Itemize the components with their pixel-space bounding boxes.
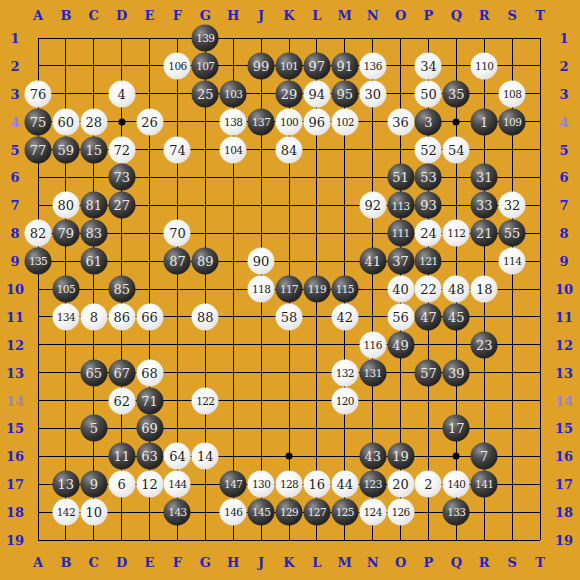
column-label-bottom: L	[312, 555, 321, 570]
stone[interactable]: 14	[192, 443, 219, 470]
stone[interactable]: 60	[52, 108, 79, 135]
stone-move-number: 107	[196, 61, 214, 72]
stone-move-number: 60	[58, 115, 75, 128]
row-label-left: 15	[6, 421, 24, 436]
stone[interactable]: 44	[331, 471, 358, 498]
stone[interactable]: 59	[52, 136, 79, 163]
stone[interactable]: 137	[248, 108, 275, 135]
stone[interactable]: 90	[248, 248, 275, 275]
column-label-top: M	[338, 8, 352, 23]
stone[interactable]: 70	[164, 220, 191, 247]
stone[interactable]: 99	[248, 52, 275, 79]
stone-move-number: 90	[253, 255, 270, 268]
stone[interactable]: 3	[415, 108, 442, 135]
stone-move-number: 54	[448, 143, 465, 156]
stone[interactable]: 132	[331, 359, 358, 386]
stone-move-number: 115	[336, 284, 354, 295]
stone[interactable]: 142	[52, 499, 79, 526]
stone[interactable]: 35	[443, 80, 470, 107]
row-label-right: 9	[559, 254, 568, 269]
stone[interactable]: 50	[415, 80, 442, 107]
stone[interactable]: 93	[415, 192, 442, 219]
stone-move-number: 140	[447, 479, 465, 490]
stone-move-number: 72	[113, 143, 130, 156]
stone-move-number: 2	[424, 478, 432, 491]
stone-move-number: 63	[141, 450, 158, 463]
stone[interactable]: 107	[192, 52, 219, 79]
stone-move-number: 93	[420, 199, 437, 212]
stone[interactable]: 95	[331, 80, 358, 107]
row-label-left: 16	[6, 449, 24, 464]
stone[interactable]: 113	[387, 192, 414, 219]
stone[interactable]: 129	[276, 499, 303, 526]
stone[interactable]: 73	[108, 164, 135, 191]
stone[interactable]: 109	[499, 108, 526, 135]
stone-move-number: 8	[90, 310, 98, 323]
stone[interactable]: 143	[164, 499, 191, 526]
stone[interactable]: 18	[471, 276, 498, 303]
column-label-bottom: S	[507, 555, 516, 570]
stone-move-number: 75	[30, 115, 47, 128]
stone[interactable]: 72	[108, 136, 135, 163]
stone-move-number: 133	[447, 507, 465, 518]
stone[interactable]: 85	[108, 276, 135, 303]
column-label-top: R	[479, 8, 490, 23]
stone-move-number: 77	[30, 143, 47, 156]
star-point	[453, 453, 460, 460]
stone[interactable]: 103	[220, 80, 247, 107]
stone-move-number: 102	[336, 116, 354, 127]
stone[interactable]: 116	[359, 331, 386, 358]
stone[interactable]: 13	[52, 471, 79, 498]
stone[interactable]: 57	[415, 359, 442, 386]
stone[interactable]: 120	[331, 387, 358, 414]
stone[interactable]: 43	[359, 443, 386, 470]
stone[interactable]: 31	[471, 164, 498, 191]
stone[interactable]: 105	[52, 276, 79, 303]
stone[interactable]: 131	[359, 359, 386, 386]
stone[interactable]: 125	[331, 499, 358, 526]
row-label-left: 11	[6, 309, 24, 324]
stone-move-number: 18	[476, 283, 493, 296]
stone[interactable]: 134	[52, 303, 79, 330]
stone[interactable]: 121	[415, 248, 442, 275]
column-label-bottom: O	[395, 555, 406, 570]
row-label-right: 8	[559, 226, 568, 241]
stone[interactable]: 5	[80, 415, 107, 442]
stone[interactable]: 140	[443, 471, 470, 498]
star-point	[453, 118, 460, 125]
stone[interactable]: 29	[276, 80, 303, 107]
row-label-left: 9	[10, 254, 19, 269]
stone-move-number: 92	[364, 199, 381, 212]
stone[interactable]: 96	[303, 108, 330, 135]
row-label-left: 18	[6, 505, 24, 520]
stone[interactable]: 33	[471, 192, 498, 219]
stone-move-number: 71	[141, 394, 158, 407]
stone-move-number: 9	[90, 478, 98, 491]
stone[interactable]: 89	[192, 248, 219, 275]
stone[interactable]: 87	[164, 248, 191, 275]
stone[interactable]: 58	[276, 303, 303, 330]
stone-move-number: 14	[197, 450, 214, 463]
stone[interactable]: 77	[25, 136, 52, 163]
stone-move-number: 129	[280, 507, 298, 518]
stone[interactable]: 115	[331, 276, 358, 303]
stone[interactable]: 67	[108, 359, 135, 386]
stone-move-number: 89	[197, 255, 214, 268]
stone-move-number: 40	[392, 283, 409, 296]
column-label-top: B	[60, 8, 71, 23]
stone[interactable]: 145	[248, 499, 275, 526]
stone-move-number: 100	[280, 116, 298, 127]
stone-move-number: 76	[30, 87, 47, 100]
stone[interactable]: 49	[387, 331, 414, 358]
stone-move-number: 132	[336, 367, 354, 378]
stone[interactable]: 104	[220, 136, 247, 163]
stone[interactable]: 147	[220, 471, 247, 498]
stone-move-number: 122	[196, 395, 214, 406]
stone-move-number: 43	[364, 450, 381, 463]
stone[interactable]: 51	[387, 164, 414, 191]
stone[interactable]: 36	[387, 108, 414, 135]
stone-move-number: 50	[420, 87, 437, 100]
stone-move-number: 26	[141, 115, 158, 128]
stone-move-number: 145	[252, 507, 270, 518]
stone[interactable]: 110	[471, 52, 498, 79]
stone-move-number: 108	[503, 89, 521, 100]
stone[interactable]: 111	[387, 220, 414, 247]
stone-move-number: 57	[420, 366, 437, 379]
stone[interactable]: 22	[415, 276, 442, 303]
stone-move-number: 106	[168, 61, 186, 72]
row-label-right: 15	[555, 421, 573, 436]
stone[interactable]: 8	[80, 303, 107, 330]
grid-line-horizontal	[38, 344, 540, 345]
stone[interactable]: 48	[443, 276, 470, 303]
stone[interactable]: 74	[164, 136, 191, 163]
star-point	[286, 453, 293, 460]
stone-move-number: 144	[168, 479, 186, 490]
stone-move-number: 21	[476, 227, 493, 240]
column-label-top: G	[200, 8, 211, 23]
stone[interactable]: 27	[108, 192, 135, 219]
stone[interactable]: 69	[136, 415, 163, 442]
stone[interactable]: 136	[359, 52, 386, 79]
stone-move-number: 123	[364, 479, 382, 490]
stone[interactable]: 56	[387, 303, 414, 330]
stone[interactable]: 10	[80, 499, 107, 526]
stone-move-number: 85	[113, 283, 130, 296]
stone[interactable]: 135	[25, 248, 52, 275]
column-label-bottom: M	[338, 555, 352, 570]
stone-move-number: 5	[90, 422, 98, 435]
stone[interactable]: 25	[192, 80, 219, 107]
stone[interactable]: 62	[108, 387, 135, 414]
stone-move-number: 79	[58, 227, 75, 240]
row-label-right: 14	[555, 393, 573, 408]
stone-move-number: 141	[475, 479, 493, 490]
stone[interactable]: 7	[471, 443, 498, 470]
star-point	[118, 118, 125, 125]
column-label-bottom: R	[479, 555, 490, 570]
stone-move-number: 116	[364, 340, 382, 351]
stone[interactable]: 83	[80, 220, 107, 247]
stone-move-number: 73	[113, 171, 130, 184]
stone[interactable]: 16	[303, 471, 330, 498]
stone[interactable]: 42	[331, 303, 358, 330]
stone[interactable]: 52	[415, 136, 442, 163]
stone[interactable]: 80	[52, 192, 79, 219]
stone[interactable]: 45	[443, 303, 470, 330]
row-label-left: 6	[10, 170, 19, 185]
stone[interactable]: 82	[25, 220, 52, 247]
stone-move-number: 62	[113, 394, 130, 407]
stone-move-number: 47	[420, 310, 437, 323]
stone-move-number: 119	[308, 284, 326, 295]
column-label-bottom: T	[535, 555, 545, 570]
column-label-top: D	[116, 8, 127, 23]
stone[interactable]: 37	[387, 248, 414, 275]
stone-move-number: 10	[85, 506, 102, 519]
stone-move-number: 81	[85, 199, 102, 212]
stone[interactable]: 102	[331, 108, 358, 135]
stone-move-number: 139	[196, 33, 214, 44]
stone[interactable]: 101	[276, 52, 303, 79]
stone-move-number: 24	[420, 227, 437, 240]
stone[interactable]: 26	[136, 108, 163, 135]
column-label-bottom: K	[283, 555, 294, 570]
stone[interactable]: 61	[80, 248, 107, 275]
column-label-bottom: Q	[451, 555, 462, 570]
stone-move-number: 22	[420, 283, 437, 296]
stone-move-number: 125	[336, 507, 354, 518]
stone-move-number: 91	[336, 59, 353, 72]
stone[interactable]: 86	[108, 303, 135, 330]
stone[interactable]: 133	[443, 499, 470, 526]
stone[interactable]: 122	[192, 387, 219, 414]
stone[interactable]: 24	[415, 220, 442, 247]
stone-move-number: 113	[391, 200, 409, 211]
stone[interactable]: 124	[359, 499, 386, 526]
column-label-top: Q	[451, 8, 462, 23]
stone[interactable]: 47	[415, 303, 442, 330]
stone[interactable]: 15	[80, 136, 107, 163]
stone-move-number: 94	[309, 87, 326, 100]
stone-move-number: 3	[424, 115, 432, 128]
row-label-right: 3	[559, 86, 568, 101]
stone[interactable]: 19	[387, 443, 414, 470]
column-label-bottom: H	[227, 555, 239, 570]
stone[interactable]: 128	[276, 471, 303, 498]
row-label-right: 4	[559, 114, 568, 129]
stone[interactable]: 64	[164, 443, 191, 470]
stone-move-number: 32	[504, 199, 521, 212]
stone-move-number: 31	[476, 171, 493, 184]
stone[interactable]: 106	[164, 52, 191, 79]
stone-move-number: 39	[448, 366, 465, 379]
row-label-left: 2	[10, 58, 19, 73]
stone[interactable]: 94	[303, 80, 330, 107]
stone-move-number: 51	[392, 171, 409, 184]
stone-move-number: 135	[29, 256, 47, 267]
stone[interactable]: 40	[387, 276, 414, 303]
row-label-left: 3	[10, 86, 19, 101]
stone-move-number: 147	[224, 479, 242, 490]
stone[interactable]: 34	[415, 52, 442, 79]
stone-move-number: 11	[113, 450, 130, 463]
stone[interactable]: 100	[276, 108, 303, 135]
row-label-left: 19	[6, 533, 24, 548]
stone[interactable]: 21	[471, 220, 498, 247]
stone-move-number: 130	[252, 479, 270, 490]
stone-move-number: 105	[57, 284, 75, 295]
stone[interactable]: 144	[164, 471, 191, 498]
stone[interactable]: 108	[499, 80, 526, 107]
stone-move-number: 15	[85, 143, 102, 156]
column-label-bottom: A	[33, 555, 43, 570]
stone[interactable]: 79	[52, 220, 79, 247]
column-label-top: C	[89, 8, 99, 23]
stone[interactable]: 11	[108, 443, 135, 470]
stone-move-number: 55	[504, 227, 521, 240]
column-label-bottom: E	[145, 555, 155, 570]
stone[interactable]: 123	[359, 471, 386, 498]
stone[interactable]: 66	[136, 303, 163, 330]
row-label-right: 6	[559, 170, 568, 185]
stone-move-number: 128	[280, 479, 298, 490]
stone[interactable]: 65	[80, 359, 107, 386]
stone[interactable]: 12	[136, 471, 163, 498]
stone[interactable]: 53	[415, 164, 442, 191]
stone[interactable]: 9	[80, 471, 107, 498]
stone[interactable]: 71	[136, 387, 163, 414]
stone-move-number: 143	[168, 507, 186, 518]
stone[interactable]: 130	[248, 471, 275, 498]
stone-move-number: 134	[57, 312, 75, 323]
stone[interactable]: 141	[471, 471, 498, 498]
column-label-top: S	[507, 8, 516, 23]
stone-move-number: 25	[197, 87, 214, 100]
stone-move-number: 127	[308, 507, 326, 518]
stone-move-number: 104	[224, 144, 242, 155]
grid-line-vertical	[540, 38, 541, 540]
stone-move-number: 68	[141, 366, 158, 379]
stone[interactable]: 55	[499, 220, 526, 247]
stone[interactable]: 32	[499, 192, 526, 219]
stone[interactable]: 54	[443, 136, 470, 163]
column-label-bottom: D	[116, 555, 127, 570]
stone-move-number: 56	[392, 310, 409, 323]
stone-move-number: 33	[476, 199, 493, 212]
stone-move-number: 121	[419, 256, 437, 267]
stone[interactable]: 84	[276, 136, 303, 163]
stone[interactable]: 119	[303, 276, 330, 303]
column-label-top: O	[395, 8, 406, 23]
stone-move-number: 80	[58, 199, 75, 212]
stone-move-number: 36	[392, 115, 409, 128]
stone-move-number: 126	[391, 507, 409, 518]
stone[interactable]: 63	[136, 443, 163, 470]
row-label-left: 10	[6, 282, 24, 297]
stone-move-number: 28	[85, 115, 102, 128]
stone[interactable]: 114	[499, 248, 526, 275]
stone-move-number: 66	[141, 310, 158, 323]
column-label-bottom: G	[200, 555, 211, 570]
stone-move-number: 67	[113, 366, 130, 379]
stone-move-number: 109	[503, 116, 521, 127]
stone-move-number: 88	[197, 310, 214, 323]
stone-move-number: 48	[448, 283, 465, 296]
stone-move-number: 86	[113, 310, 130, 323]
stone[interactable]: 68	[136, 359, 163, 386]
stone[interactable]: 23	[471, 331, 498, 358]
stone-move-number: 87	[169, 255, 186, 268]
row-label-left: 7	[10, 198, 19, 213]
column-label-bottom: F	[173, 555, 182, 570]
stone[interactable]: 117	[276, 276, 303, 303]
stone[interactable]: 17	[443, 415, 470, 442]
stone-move-number: 37	[392, 255, 409, 268]
stone[interactable]: 146	[220, 499, 247, 526]
column-label-bottom: N	[367, 555, 379, 570]
stone[interactable]: 127	[303, 499, 330, 526]
stone[interactable]: 81	[80, 192, 107, 219]
stone-move-number: 35	[448, 87, 465, 100]
stone[interactable]: 39	[443, 359, 470, 386]
stone[interactable]: 20	[387, 471, 414, 498]
stone-move-number: 131	[364, 367, 382, 378]
column-label-top: N	[367, 8, 379, 23]
stone-move-number: 142	[57, 507, 75, 518]
stone-move-number: 70	[169, 227, 186, 240]
stone-move-number: 114	[503, 256, 521, 267]
stone[interactable]: 97	[303, 52, 330, 79]
stone[interactable]: 6	[108, 471, 135, 498]
stone[interactable]: 28	[80, 108, 107, 135]
stone[interactable]: 112	[443, 220, 470, 247]
stone[interactable]: 88	[192, 303, 219, 330]
stone-move-number: 137	[252, 116, 270, 127]
stone-move-number: 7	[480, 450, 488, 463]
stone[interactable]: 30	[359, 80, 386, 107]
row-label-right: 12	[555, 337, 573, 352]
stone[interactable]: 2	[415, 471, 442, 498]
row-label-left: 8	[10, 226, 19, 241]
row-label-right: 16	[555, 449, 573, 464]
stone[interactable]: 76	[25, 80, 52, 107]
stone-move-number: 110	[475, 61, 493, 72]
stone[interactable]: 138	[220, 108, 247, 135]
stone[interactable]: 118	[248, 276, 275, 303]
stone[interactable]: 1	[471, 108, 498, 135]
stone-move-number: 83	[85, 227, 102, 240]
stone-move-number: 69	[141, 422, 158, 435]
stone[interactable]: 126	[387, 499, 414, 526]
stone[interactable]: 4	[108, 80, 135, 107]
stone-move-number: 138	[224, 116, 242, 127]
stone[interactable]: 91	[331, 52, 358, 79]
stone[interactable]: 92	[359, 192, 386, 219]
stone-move-number: 34	[420, 59, 437, 72]
stone-move-number: 41	[364, 255, 381, 268]
stone[interactable]: 139	[192, 25, 219, 52]
row-label-right: 10	[555, 282, 573, 297]
stone[interactable]: 75	[25, 108, 52, 135]
column-label-bottom: J	[258, 555, 264, 570]
go-board[interactable]: AABBCCDDEEFFGGHHJJKKLLMMNNOOPPQQRRSSTT11…	[0, 0, 580, 580]
stone[interactable]: 41	[359, 248, 386, 275]
